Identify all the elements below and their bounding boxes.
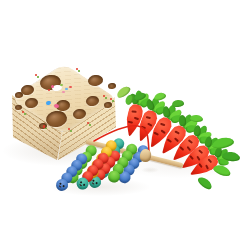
contact-shadow — [141, 167, 159, 173]
product-photo-stage — [0, 0, 241, 252]
carrot-mark — [167, 138, 172, 142]
carrot-leaf — [172, 99, 185, 107]
caterpillar-eye — [82, 183, 85, 186]
board-flower-leaf-decal — [89, 124, 91, 126]
caterpillar-eye — [79, 180, 82, 183]
carrot-leaf — [196, 175, 214, 191]
caterpillar-mouth — [91, 182, 94, 185]
board-hole-4[interactable] — [87, 74, 103, 87]
board-print-decor — [62, 91, 65, 93]
board-flower-leaf-decal — [105, 97, 107, 99]
board-print-decor — [51, 85, 54, 88]
caterpillar-mouth — [78, 184, 81, 187]
board-flower-leaf-decal — [24, 113, 26, 115]
board-flower-leaf-decal — [37, 76, 39, 78]
caterpillar-mouth — [58, 185, 61, 188]
carrot-mark — [145, 116, 150, 119]
carrot-mark — [199, 163, 203, 168]
carrot-mark — [174, 130, 179, 134]
carrot-mark — [205, 164, 208, 169]
board-print-decor — [60, 84, 63, 86]
carrot-mark — [128, 121, 133, 123]
carrot-mark — [154, 132, 159, 136]
board-hole-5[interactable] — [108, 82, 117, 89]
board-flower-leaf-decal — [78, 70, 80, 72]
board-flower-leaf-decal — [112, 100, 114, 102]
board-hole-13[interactable] — [14, 104, 22, 110]
carrot-mark — [141, 126, 146, 129]
board-flower-leaf-decal — [70, 130, 72, 132]
board-print-decor — [48, 89, 50, 91]
carrot-mark — [131, 110, 136, 112]
caterpillar-eye — [58, 182, 61, 185]
caterpillar-eye — [62, 184, 65, 187]
caterpillar-eye — [95, 181, 98, 184]
board-print-decor — [65, 88, 68, 90]
carrot-mark — [208, 158, 212, 163]
carrot-leaf — [189, 114, 203, 122]
carrot-mark — [160, 122, 165, 125]
board-print-decor — [69, 86, 72, 88]
